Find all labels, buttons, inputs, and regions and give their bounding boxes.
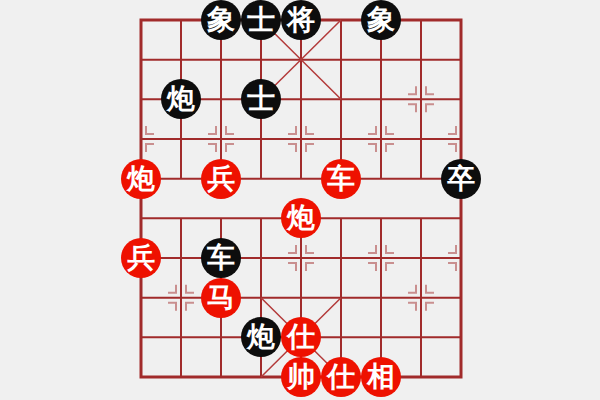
board-intersection[interactable] bbox=[361, 40, 401, 80]
board-intersection[interactable]: 仕 bbox=[281, 318, 321, 358]
board-intersection[interactable] bbox=[201, 119, 241, 159]
xiangqi-app: 象士将象炮士炮兵车卒炮兵车马炮仕帅仕相 bbox=[0, 0, 600, 400]
black-advisor[interactable]: 士 bbox=[241, 79, 281, 119]
board-intersection[interactable] bbox=[361, 278, 401, 318]
black-elephant[interactable]: 象 bbox=[201, 0, 241, 40]
board-intersection[interactable]: 仕 bbox=[321, 357, 361, 397]
board-intersection[interactable] bbox=[121, 119, 161, 159]
board-intersection[interactable] bbox=[361, 198, 401, 238]
board-intersection[interactable]: 炮 bbox=[121, 159, 161, 199]
board-intersection[interactable] bbox=[121, 198, 161, 238]
board-intersection[interactable] bbox=[401, 40, 441, 80]
board-intersection[interactable] bbox=[441, 79, 481, 119]
black-advisor[interactable]: 士 bbox=[241, 0, 281, 40]
xiangqi-board: 象士将象炮士炮兵车卒炮兵车马炮仕帅仕相 bbox=[121, 0, 481, 397]
board-intersection[interactable] bbox=[441, 318, 481, 358]
board-intersection[interactable] bbox=[121, 318, 161, 358]
board-intersection[interactable] bbox=[321, 119, 361, 159]
board-intersection[interactable] bbox=[441, 198, 481, 238]
board-intersection[interactable] bbox=[161, 318, 201, 358]
black-elephant[interactable]: 象 bbox=[361, 0, 401, 40]
board-intersection[interactable] bbox=[161, 0, 201, 40]
board-intersection[interactable] bbox=[241, 119, 281, 159]
board-intersection[interactable]: 炮 bbox=[281, 198, 321, 238]
black-general[interactable]: 将 bbox=[281, 0, 321, 40]
board-intersection[interactable]: 象 bbox=[201, 0, 241, 40]
board-intersection[interactable] bbox=[281, 79, 321, 119]
board-intersection[interactable]: 车 bbox=[201, 238, 241, 278]
board-intersection[interactable] bbox=[281, 119, 321, 159]
board-intersection[interactable] bbox=[161, 198, 201, 238]
board-intersection[interactable] bbox=[361, 318, 401, 358]
board-intersection[interactable] bbox=[321, 79, 361, 119]
board-intersection[interactable] bbox=[401, 0, 441, 40]
board-intersection[interactable] bbox=[321, 278, 361, 318]
red-cannon[interactable]: 炮 bbox=[281, 198, 321, 238]
board-intersection[interactable] bbox=[441, 238, 481, 278]
board-intersection[interactable]: 相 bbox=[361, 357, 401, 397]
board-intersection[interactable] bbox=[281, 159, 321, 199]
board-intersection[interactable] bbox=[441, 278, 481, 318]
board-intersection[interactable] bbox=[241, 40, 281, 80]
board-intersection[interactable] bbox=[401, 198, 441, 238]
red-chariot[interactable]: 车 bbox=[321, 159, 361, 199]
board-intersection[interactable] bbox=[321, 40, 361, 80]
board-intersection[interactable]: 象 bbox=[361, 0, 401, 40]
red-pawn[interactable]: 兵 bbox=[121, 238, 161, 278]
board-intersection[interactable] bbox=[281, 278, 321, 318]
red-pawn[interactable]: 兵 bbox=[201, 159, 241, 199]
board-intersection[interactable]: 车 bbox=[321, 159, 361, 199]
board-intersection[interactable] bbox=[441, 119, 481, 159]
black-cannon[interactable]: 炮 bbox=[161, 79, 201, 119]
board-intersection[interactable] bbox=[441, 357, 481, 397]
board-intersection[interactable] bbox=[161, 238, 201, 278]
board-intersection[interactable]: 卒 bbox=[441, 159, 481, 199]
red-cannon[interactable]: 炮 bbox=[121, 159, 161, 199]
red-horse[interactable]: 马 bbox=[201, 278, 241, 318]
board-intersection[interactable]: 士 bbox=[241, 0, 281, 40]
board-intersection[interactable] bbox=[401, 278, 441, 318]
board-intersection[interactable]: 将 bbox=[281, 0, 321, 40]
board-intersection[interactable] bbox=[161, 278, 201, 318]
board-intersection[interactable] bbox=[361, 79, 401, 119]
board-intersection[interactable] bbox=[281, 40, 321, 80]
black-chariot[interactable]: 车 bbox=[201, 238, 241, 278]
board-intersection[interactable] bbox=[441, 40, 481, 80]
red-general[interactable]: 帅 bbox=[281, 357, 321, 397]
board-intersection[interactable] bbox=[201, 79, 241, 119]
board-intersection[interactable] bbox=[121, 278, 161, 318]
board-intersection[interactable]: 炮 bbox=[241, 318, 281, 358]
black-cannon[interactable]: 炮 bbox=[241, 317, 281, 357]
board-intersection[interactable] bbox=[161, 40, 201, 80]
board-intersection[interactable] bbox=[121, 40, 161, 80]
board-intersection[interactable] bbox=[401, 79, 441, 119]
board-intersection[interactable]: 兵 bbox=[201, 159, 241, 199]
board-intersection[interactable]: 帅 bbox=[281, 357, 321, 397]
board-intersection[interactable] bbox=[201, 40, 241, 80]
red-advisor[interactable]: 仕 bbox=[281, 317, 321, 357]
board-intersection[interactable] bbox=[161, 357, 201, 397]
board-intersection[interactable] bbox=[401, 318, 441, 358]
board-intersection[interactable]: 炮 bbox=[161, 79, 201, 119]
black-pawn[interactable]: 卒 bbox=[441, 159, 481, 199]
board-intersection[interactable] bbox=[321, 198, 361, 238]
board-intersection[interactable]: 士 bbox=[241, 79, 281, 119]
board-intersection[interactable] bbox=[161, 159, 201, 199]
board-intersection[interactable] bbox=[241, 238, 281, 278]
board-intersection[interactable] bbox=[121, 79, 161, 119]
red-advisor[interactable]: 仕 bbox=[321, 357, 361, 397]
board-intersection[interactable] bbox=[241, 198, 281, 238]
board-intersection[interactable] bbox=[201, 357, 241, 397]
board-intersection[interactable] bbox=[201, 318, 241, 358]
red-elephant[interactable]: 相 bbox=[361, 357, 401, 397]
board-intersection[interactable] bbox=[401, 159, 441, 199]
board-intersection[interactable] bbox=[201, 198, 241, 238]
board-intersection[interactable] bbox=[361, 238, 401, 278]
board-intersection[interactable] bbox=[401, 119, 441, 159]
board-intersection[interactable] bbox=[321, 0, 361, 40]
board-intersection[interactable] bbox=[401, 357, 441, 397]
board-intersection[interactable] bbox=[121, 357, 161, 397]
board-intersection[interactable] bbox=[281, 238, 321, 278]
board-intersection[interactable]: 兵 bbox=[121, 238, 161, 278]
board-intersection[interactable]: 马 bbox=[201, 278, 241, 318]
board-intersection[interactable] bbox=[161, 119, 201, 159]
board-intersection[interactable] bbox=[401, 238, 441, 278]
board-intersection[interactable] bbox=[361, 159, 401, 199]
board-intersection[interactable] bbox=[241, 278, 281, 318]
board-intersection[interactable] bbox=[241, 159, 281, 199]
board-intersection[interactable] bbox=[321, 238, 361, 278]
board-intersection[interactable] bbox=[241, 357, 281, 397]
board-intersection[interactable] bbox=[361, 119, 401, 159]
board-intersection[interactable] bbox=[321, 318, 361, 358]
board-intersection[interactable] bbox=[121, 0, 161, 40]
board-intersection[interactable] bbox=[441, 0, 481, 40]
